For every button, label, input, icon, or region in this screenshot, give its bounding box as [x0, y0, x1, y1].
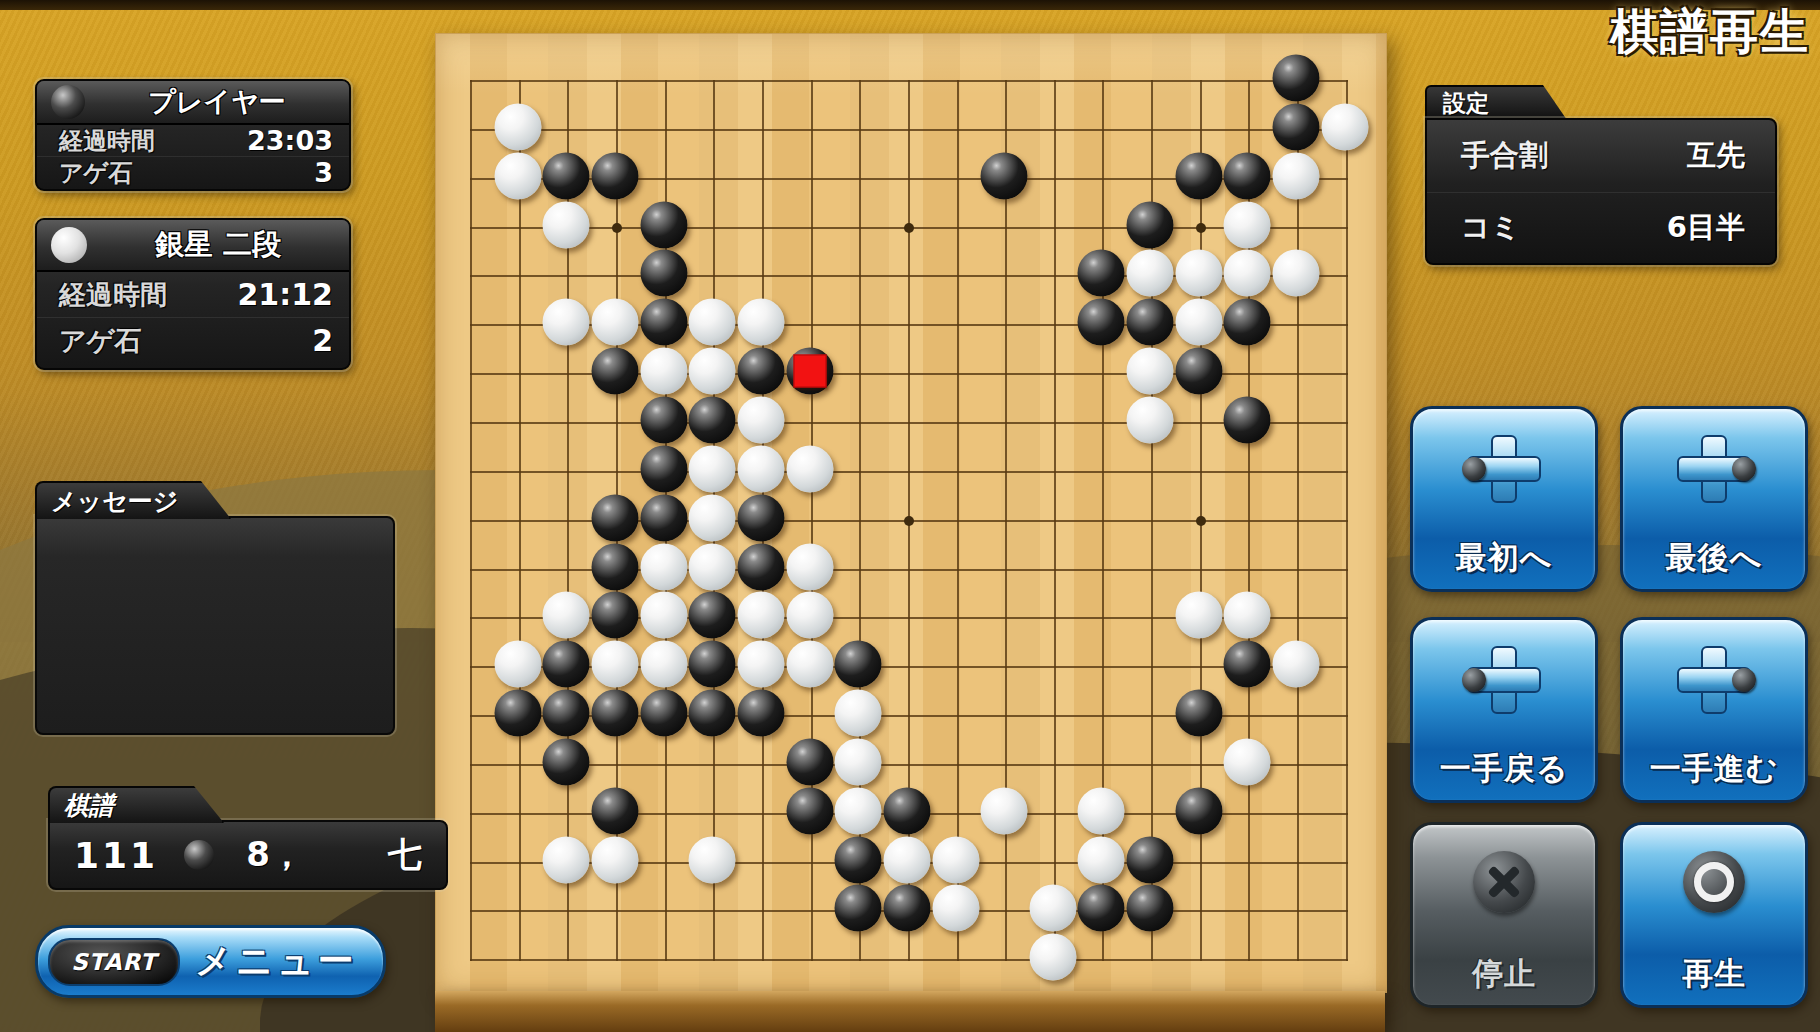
stone-white	[494, 152, 541, 199]
handicap-value: 互先	[1687, 136, 1745, 176]
stone-black	[1175, 787, 1222, 834]
stone-white	[689, 494, 736, 541]
stone-black	[591, 152, 638, 199]
stone-black	[591, 690, 638, 737]
stone-white	[1078, 836, 1125, 883]
stone-white	[640, 592, 687, 639]
menu-button[interactable]: START メニュー	[35, 925, 386, 998]
forward-one-icon	[1677, 646, 1751, 714]
stone-white	[737, 396, 784, 443]
stone-white	[543, 836, 590, 883]
back-one-move-button[interactable]: 一手戻る	[1410, 617, 1598, 803]
white-player-name: 銀星 二段	[101, 225, 335, 265]
black-player-name: プレイヤー	[99, 84, 335, 120]
stone-black	[1224, 396, 1271, 443]
stone-black	[689, 641, 736, 688]
stone-white	[689, 543, 736, 590]
back-one-move-label: 一手戻る	[1413, 748, 1595, 790]
stone-white	[1127, 396, 1174, 443]
stone-white	[591, 299, 638, 346]
white-captures-label: アゲ石	[59, 323, 141, 359]
play-icon	[1683, 851, 1745, 913]
stone-black	[1127, 201, 1174, 248]
handicap-label: 手合割	[1461, 136, 1548, 176]
message-tab: メッセージ	[35, 481, 231, 519]
stone-black	[1273, 55, 1320, 102]
stone-white	[981, 787, 1028, 834]
grid-line-v	[1297, 80, 1299, 961]
stone-black	[1224, 641, 1271, 688]
stone-black	[1224, 299, 1271, 346]
stone-white	[1127, 348, 1174, 395]
play-button[interactable]: 再生	[1620, 822, 1808, 1008]
stone-black	[689, 690, 736, 737]
stone-white	[786, 445, 833, 492]
white-player-panel: 銀星 二段 経過時間 21:12 アゲ石 2	[35, 218, 351, 370]
stone-white	[1127, 250, 1174, 297]
kifu-stone-icon	[184, 840, 214, 870]
stone-black	[737, 494, 784, 541]
stone-black	[591, 348, 638, 395]
stone-white	[1224, 592, 1271, 639]
stone-black	[883, 787, 930, 834]
stone-white	[689, 445, 736, 492]
stone-white	[1029, 885, 1076, 932]
stone-white	[543, 201, 590, 248]
stone-white	[883, 836, 930, 883]
star-point	[1196, 516, 1206, 526]
stone-black	[640, 396, 687, 443]
grid-line-h	[470, 959, 1348, 961]
back-one-icon	[1467, 646, 1541, 714]
stone-white	[543, 592, 590, 639]
stone-black	[835, 641, 882, 688]
go-board-rim	[435, 991, 1385, 1032]
grid-line-h	[470, 764, 1348, 766]
stone-black	[883, 885, 930, 932]
stone-black	[543, 641, 590, 688]
start-badge: START	[48, 938, 180, 986]
stone-black	[1078, 299, 1125, 346]
komi-label: コミ	[1461, 208, 1520, 248]
kifu-move-number: 111	[74, 835, 158, 876]
kifu-tab: 棋譜	[48, 786, 224, 823]
kifu-coordinate: 8， 七	[240, 832, 422, 878]
grid-line-v	[957, 80, 959, 961]
stone-white	[786, 543, 833, 590]
stone-white	[835, 690, 882, 737]
stone-white	[1224, 201, 1271, 248]
stone-white	[786, 641, 833, 688]
stone-white	[543, 299, 590, 346]
stone-black	[1127, 885, 1174, 932]
white-time-row: 経過時間 21:12	[37, 272, 349, 317]
stone-black	[494, 690, 541, 737]
stone-white	[689, 299, 736, 346]
stone-black	[1078, 250, 1125, 297]
stone-black	[591, 494, 638, 541]
stone-white	[835, 787, 882, 834]
stone-black	[591, 592, 638, 639]
settings-body: 手合割 互先 コミ 6目半	[1425, 118, 1777, 265]
stone-white	[1175, 250, 1222, 297]
star-point	[904, 223, 914, 233]
stone-black	[640, 494, 687, 541]
stone-black	[591, 543, 638, 590]
settings-panel: 設定 手合割 互先 コミ 6目半	[1425, 85, 1777, 265]
stop-icon	[1473, 851, 1535, 913]
stone-black	[786, 738, 833, 785]
stone-white	[1175, 299, 1222, 346]
stone-black	[737, 690, 784, 737]
stone-black	[1273, 103, 1320, 150]
stone-white	[640, 348, 687, 395]
stone-white	[1321, 103, 1368, 150]
game-screen: プレイヤー 経過時間 23:03 アゲ石 3 銀星 二段 経過時間 21:12 …	[0, 0, 1820, 1032]
stone-white	[689, 836, 736, 883]
grid-line-v	[1346, 80, 1348, 961]
go-to-start-button[interactable]: 最初へ	[1410, 406, 1598, 592]
stone-white	[1175, 592, 1222, 639]
white-captures-row: アゲ石 2	[37, 317, 349, 363]
stone-black	[543, 152, 590, 199]
black-time-label: 経過時間	[59, 125, 155, 157]
stone-white	[640, 641, 687, 688]
stone-white	[786, 592, 833, 639]
komi-row: コミ 6目半	[1427, 192, 1775, 265]
stone-black	[689, 396, 736, 443]
stone-black	[1127, 299, 1174, 346]
stone-black	[835, 836, 882, 883]
black-captures-row: アゲ石 3	[37, 156, 349, 188]
black-time-value: 23:03	[247, 125, 333, 156]
forward-one-move-label: 一手進む	[1623, 748, 1805, 790]
stone-white	[494, 641, 541, 688]
black-player-header: プレイヤー	[37, 81, 349, 125]
forward-one-move-button[interactable]: 一手進む	[1620, 617, 1808, 803]
stone-white	[737, 445, 784, 492]
stone-white	[932, 885, 979, 932]
stone-black	[737, 543, 784, 590]
stone-black	[640, 201, 687, 248]
stone-black	[737, 348, 784, 395]
grid-line-v	[1054, 80, 1056, 961]
stone-black	[640, 250, 687, 297]
settings-tab: 設定	[1425, 85, 1567, 120]
stop-button: 停止	[1410, 822, 1598, 1008]
menu-button-label: メニュー	[180, 937, 373, 986]
stone-black	[1175, 348, 1222, 395]
stone-black	[689, 592, 736, 639]
black-captures-label: アゲ石	[59, 157, 132, 189]
stone-white	[1273, 250, 1320, 297]
star-point	[1196, 223, 1206, 233]
kifu-current-move: 111 8， 七	[48, 820, 448, 890]
stone-white	[640, 543, 687, 590]
go-to-end-label: 最後へ	[1623, 537, 1805, 579]
kifu-coordinate-col: 8，	[246, 832, 304, 878]
stone-black	[786, 787, 833, 834]
stone-white	[932, 836, 979, 883]
komi-value: 6目半	[1667, 208, 1745, 248]
stone-black	[640, 299, 687, 346]
stone-black	[835, 885, 882, 932]
black-stone-icon	[51, 85, 85, 119]
stone-white	[689, 348, 736, 395]
kifu-coordinate-row: 七	[388, 832, 422, 878]
stone-white	[737, 299, 784, 346]
black-captures-value: 3	[314, 157, 333, 188]
stone-black	[543, 690, 590, 737]
go-board[interactable]	[435, 33, 1387, 993]
stone-black	[640, 445, 687, 492]
stone-white	[1078, 787, 1125, 834]
to-start-icon	[1467, 435, 1541, 503]
white-player-header: 銀星 二段	[37, 220, 349, 272]
page-title: 棋譜再生	[1430, 0, 1820, 62]
white-stone-icon	[51, 227, 87, 263]
stone-white	[1224, 738, 1271, 785]
white-captures-value: 2	[312, 323, 333, 358]
stone-black	[1175, 690, 1222, 737]
white-time-value: 21:12	[238, 277, 334, 312]
last-move-marker	[793, 355, 826, 388]
go-to-start-label: 最初へ	[1413, 537, 1595, 579]
go-to-end-button[interactable]: 最後へ	[1620, 406, 1808, 592]
stone-white	[1273, 641, 1320, 688]
stone-white	[591, 641, 638, 688]
black-player-panel: プレイヤー 経過時間 23:03 アゲ石 3	[35, 79, 351, 191]
stone-white	[1029, 934, 1076, 981]
stone-black	[591, 787, 638, 834]
stop-label: 停止	[1413, 953, 1595, 995]
star-point	[904, 516, 914, 526]
stone-black	[1078, 885, 1125, 932]
to-end-icon	[1677, 435, 1751, 503]
stone-white	[1273, 152, 1320, 199]
message-box	[35, 516, 395, 735]
white-time-label: 経過時間	[59, 277, 167, 313]
star-point	[612, 223, 622, 233]
stone-white	[737, 592, 784, 639]
stone-black	[981, 152, 1028, 199]
stone-white	[1224, 250, 1271, 297]
stone-white	[835, 738, 882, 785]
stone-black	[1175, 152, 1222, 199]
stone-white	[591, 836, 638, 883]
black-time-row: 経過時間 23:03	[37, 125, 349, 156]
stone-black	[1127, 836, 1174, 883]
play-label: 再生	[1623, 953, 1805, 995]
stone-black	[640, 690, 687, 737]
stone-black	[1224, 152, 1271, 199]
stone-white	[737, 641, 784, 688]
stone-black	[543, 738, 590, 785]
stone-white	[494, 103, 541, 150]
handicap-row: 手合割 互先	[1427, 120, 1775, 192]
